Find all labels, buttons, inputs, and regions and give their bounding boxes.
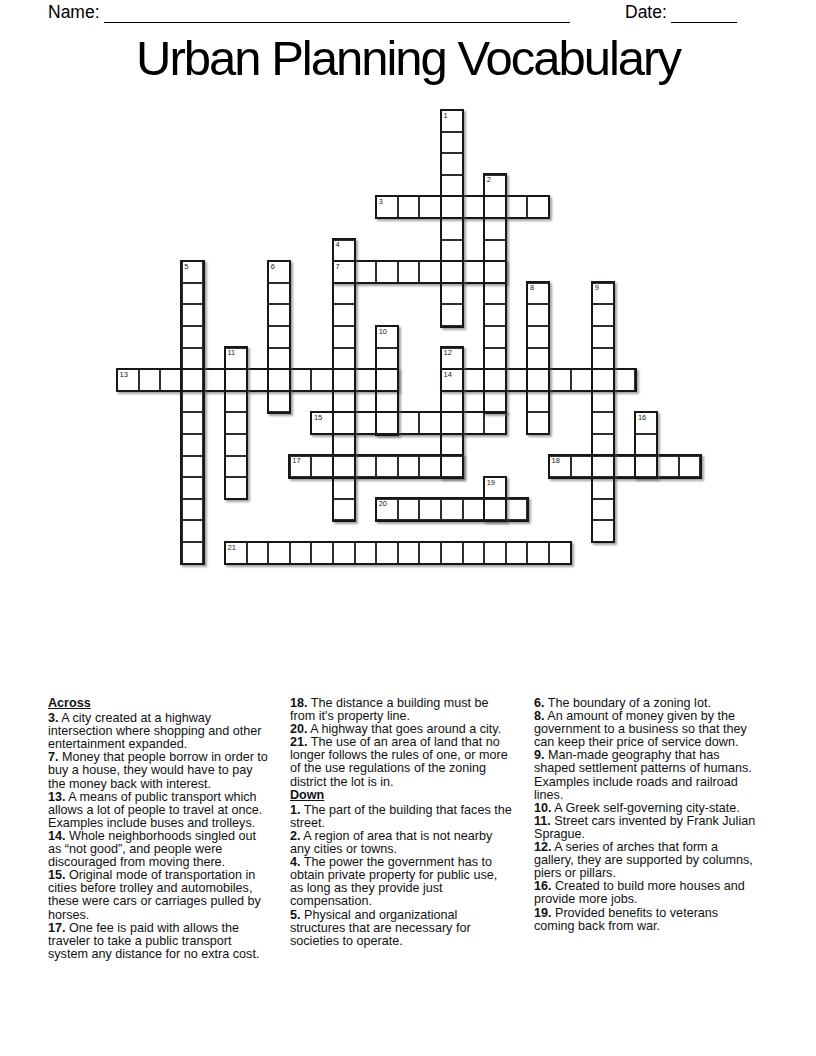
clue-15-across: 15. Original mode of transportation in c…	[48, 869, 270, 921]
grid-cell[interactable]	[483, 347, 507, 371]
grid-cell[interactable]	[332, 282, 356, 306]
grid-cell[interactable]	[591, 390, 615, 414]
grid-cell[interactable]	[418, 195, 442, 219]
grid-cell[interactable]	[440, 433, 464, 457]
grid-cell[interactable]	[440, 411, 464, 435]
grid-cell[interactable]	[310, 368, 334, 392]
grid-cell[interactable]	[591, 519, 615, 543]
grid-cell[interactable]	[375, 347, 399, 371]
grid-cell[interactable]	[526, 390, 550, 414]
grid-cell[interactable]	[526, 325, 550, 349]
grid-cell[interactable]	[224, 411, 248, 435]
grid-cell[interactable]	[483, 325, 507, 349]
grid-cell[interactable]	[418, 455, 442, 479]
grid-cell[interactable]	[181, 325, 205, 349]
grid-cell[interactable]	[354, 411, 378, 435]
clue-7-across: 7. Money that people borrow in order to …	[48, 751, 270, 790]
clue-8-down: 8. An amount of money given by the gover…	[534, 710, 756, 749]
grid-cell[interactable]	[462, 195, 486, 219]
down-header: Down	[290, 789, 512, 802]
clue-2-down: 2. A region of area that is not nearby a…	[290, 830, 512, 856]
grid-cell[interactable]	[634, 455, 658, 479]
clue-4-down: 4. The power the government has to obtai…	[290, 856, 512, 908]
grid-cell[interactable]	[526, 368, 550, 392]
grid-cell[interactable]	[526, 541, 550, 565]
grid-cell[interactable]	[483, 476, 507, 500]
grid-cell[interactable]	[289, 455, 313, 479]
date-block: Date:	[625, 2, 737, 23]
clue-1-down: 1. The part of the building that faces t…	[290, 804, 512, 830]
grid-cell[interactable]	[332, 368, 356, 392]
grid-cell[interactable]	[354, 260, 378, 284]
grid-cell[interactable]	[375, 411, 399, 435]
clue-column-1: Across3. A city created at a highway int…	[48, 697, 270, 961]
grid-cell[interactable]	[397, 541, 421, 565]
grid-cell[interactable]	[678, 455, 702, 479]
clue-9-down: 9. Man-made geography that has shaped se…	[534, 749, 756, 801]
grid-cell[interactable]	[483, 390, 507, 414]
grid-cell[interactable]	[181, 303, 205, 327]
grid-cell[interactable]	[613, 368, 637, 392]
grid-cell[interactable]	[397, 195, 421, 219]
grid-cell[interactable]	[440, 368, 464, 392]
name-row: Name: Date:	[48, 2, 768, 23]
grid-cell[interactable]	[591, 433, 615, 457]
grid-cell[interactable]	[397, 455, 421, 479]
clue-12-down: 12. A series of arches that form a galle…	[534, 841, 756, 880]
crossword-grid: 123456789101112131415161718192021	[117, 110, 701, 564]
grid-cell[interactable]	[310, 541, 334, 565]
clue-13-across: 13. A means of public transport which al…	[48, 791, 270, 830]
name-label: Name:	[48, 2, 100, 22]
grid-cell[interactable]	[332, 476, 356, 500]
date-write-line[interactable]	[671, 7, 737, 23]
grid-cell[interactable]	[505, 498, 529, 522]
grid-cell[interactable]	[440, 347, 464, 371]
grid-cell[interactable]	[267, 303, 291, 327]
grid-cell[interactable]	[591, 368, 615, 392]
grid-cell[interactable]	[440, 174, 464, 198]
grid-cell[interactable]	[483, 282, 507, 306]
grid-cell[interactable]	[440, 455, 464, 479]
grid-cell[interactable]	[332, 541, 356, 565]
grid-cell[interactable]	[289, 368, 313, 392]
grid-cell[interactable]	[548, 541, 572, 565]
grid-cell[interactable]	[116, 368, 140, 392]
grid-cell[interactable]	[332, 390, 356, 414]
clue-column-2: 18. The distance a building must be from…	[290, 697, 512, 948]
grid-cell[interactable]	[224, 347, 248, 371]
grid-cell[interactable]	[418, 541, 442, 565]
grid-cell[interactable]	[591, 347, 615, 371]
grid-cell[interactable]	[246, 541, 270, 565]
grid-cell[interactable]	[591, 282, 615, 306]
grid-cell[interactable]	[375, 390, 399, 414]
grid-cell[interactable]	[440, 195, 464, 219]
grid-cell[interactable]	[267, 541, 291, 565]
grid-cell[interactable]	[483, 303, 507, 327]
clue-column-3: 6. The boundary of a zoning lot.8. An am…	[534, 697, 756, 933]
grid-cell[interactable]	[224, 455, 248, 479]
grid-cell[interactable]	[354, 455, 378, 479]
grid-cell[interactable]	[224, 476, 248, 500]
grid-cell[interactable]	[440, 131, 464, 155]
grid-cell[interactable]	[267, 260, 291, 284]
grid-cell[interactable]	[548, 368, 572, 392]
name-write-line[interactable]	[104, 7, 570, 23]
worksheet-page: Name: Date: Urban Planning Vocabulary 12…	[0, 0, 816, 1056]
grid-cell[interactable]	[181, 260, 205, 284]
clue-14-across: 14. Whole neighborhoods singled out as “…	[48, 830, 270, 869]
grid-cell[interactable]	[462, 411, 486, 435]
grid-cell[interactable]	[505, 195, 529, 219]
grid-cell[interactable]	[483, 541, 507, 565]
grid-cell[interactable]	[397, 498, 421, 522]
grid-cell[interactable]	[332, 498, 356, 522]
grid-cell[interactable]	[375, 368, 399, 392]
grid-cell[interactable]	[181, 347, 205, 371]
grid-cell[interactable]	[332, 411, 356, 435]
grid-cell[interactable]	[224, 541, 248, 565]
grid-cell[interactable]	[505, 541, 529, 565]
grid-cell[interactable]	[656, 455, 680, 479]
grid-cell[interactable]	[483, 195, 507, 219]
grid-cell[interactable]	[440, 217, 464, 241]
grid-cell[interactable]	[181, 368, 205, 392]
clue-3-across: 3. A city created at a highway intersect…	[48, 712, 270, 751]
grid-cell[interactable]	[354, 541, 378, 565]
grid-cell[interactable]	[181, 282, 205, 306]
grid-cell[interactable]	[332, 260, 356, 284]
grid-cell[interactable]	[440, 390, 464, 414]
grid-cell[interactable]	[483, 217, 507, 241]
grid-cell[interactable]	[267, 325, 291, 349]
clue-21-across: 21. The use of an area of land that no l…	[290, 736, 512, 788]
clue-11-down: 11. Street cars invented by Frank Julian…	[534, 815, 756, 841]
grid-cell[interactable]	[397, 411, 421, 435]
page-title: Urban Planning Vocabulary	[0, 30, 816, 86]
grid-cell[interactable]	[440, 282, 464, 306]
grid-cell[interactable]	[440, 239, 464, 263]
clue-19-down: 19. Provided benefits to veterans coming…	[534, 907, 756, 933]
grid-cell[interactable]	[332, 303, 356, 327]
grid-cell[interactable]	[440, 498, 464, 522]
grid-cell[interactable]	[181, 411, 205, 435]
grid-cell[interactable]	[526, 347, 550, 371]
grid-cell[interactable]	[267, 368, 291, 392]
grid-cell[interactable]	[634, 411, 658, 435]
grid-cell[interactable]	[375, 260, 399, 284]
grid-cell[interactable]	[483, 260, 507, 284]
grid-cell[interactable]	[591, 498, 615, 522]
grid-cell[interactable]	[375, 455, 399, 479]
grid-cell[interactable]	[591, 303, 615, 327]
grid-cell[interactable]	[181, 541, 205, 565]
grid-cell[interactable]	[267, 390, 291, 414]
grid-cell[interactable]	[548, 455, 572, 479]
grid-cell[interactable]	[375, 541, 399, 565]
grid-cell[interactable]	[375, 195, 399, 219]
grid-cell[interactable]	[591, 325, 615, 349]
grid-cell[interactable]	[246, 368, 270, 392]
grid-cell[interactable]	[375, 325, 399, 349]
grid-cell[interactable]	[591, 455, 615, 479]
date-label: Date:	[625, 2, 667, 22]
grid-cell[interactable]	[181, 476, 205, 500]
grid-cell[interactable]	[570, 368, 594, 392]
grid-cell[interactable]	[181, 498, 205, 522]
grid-cell[interactable]	[159, 368, 183, 392]
grid-cell[interactable]	[138, 368, 162, 392]
grid-cell[interactable]	[483, 174, 507, 198]
grid-cell[interactable]	[591, 476, 615, 500]
grid-cell[interactable]	[613, 455, 637, 479]
grid-cell[interactable]	[224, 433, 248, 457]
grid-cell[interactable]	[418, 260, 442, 284]
grid-cell[interactable]	[354, 368, 378, 392]
grid-cell[interactable]	[332, 239, 356, 263]
grid-cell[interactable]	[181, 390, 205, 414]
grid-cell[interactable]	[332, 455, 356, 479]
grid-cell[interactable]	[483, 239, 507, 263]
grid-cell[interactable]	[332, 325, 356, 349]
grid-cell[interactable]	[570, 455, 594, 479]
grid-cell[interactable]	[310, 455, 334, 479]
grid-cell[interactable]	[375, 498, 399, 522]
grid-cell[interactable]	[224, 368, 248, 392]
grid-cell[interactable]	[310, 411, 334, 435]
grid-cell[interactable]	[440, 152, 464, 176]
grid-cell[interactable]	[634, 433, 658, 457]
grid-cell[interactable]	[483, 498, 507, 522]
grid-cell[interactable]	[397, 260, 421, 284]
grid-cell[interactable]	[267, 347, 291, 371]
grid-cell[interactable]	[462, 368, 486, 392]
clue-18-across: 18. The distance a building must be from…	[290, 697, 512, 723]
grid-cell[interactable]	[332, 433, 356, 457]
grid-cell[interactable]	[483, 368, 507, 392]
grid-cell[interactable]	[483, 411, 507, 435]
grid-cell[interactable]	[224, 390, 248, 414]
clue-16-down: 16. Created to build more houses and pro…	[534, 880, 756, 906]
clue-17-across: 17. One fee is paid with allows the trav…	[48, 922, 270, 961]
clue-10-down: 10. A Greek self-governing city-state.	[534, 802, 756, 815]
grid-cell[interactable]	[440, 303, 464, 327]
grid-cell[interactable]	[462, 541, 486, 565]
across-header: Across	[48, 697, 270, 710]
grid-cell[interactable]	[462, 260, 486, 284]
grid-cell[interactable]	[505, 368, 529, 392]
grid-cell[interactable]	[267, 282, 291, 306]
grid-cell[interactable]	[526, 411, 550, 435]
grid-cell[interactable]	[418, 411, 442, 435]
grid-cell[interactable]	[418, 498, 442, 522]
grid-cell[interactable]	[440, 260, 464, 284]
grid-cell[interactable]	[440, 541, 464, 565]
grid-cell[interactable]	[289, 541, 313, 565]
grid-cell[interactable]	[526, 303, 550, 327]
grid-cell[interactable]	[591, 411, 615, 435]
grid-cell[interactable]	[202, 368, 226, 392]
grid-cell[interactable]	[462, 498, 486, 522]
grid-cell[interactable]	[181, 455, 205, 479]
grid-cell[interactable]	[440, 109, 464, 133]
clue-5-down: 5. Physical and organizational structure…	[290, 909, 512, 948]
grid-cell[interactable]	[526, 195, 550, 219]
grid-cell[interactable]	[181, 433, 205, 457]
grid-cell[interactable]	[526, 282, 550, 306]
grid-cell[interactable]	[332, 347, 356, 371]
grid-cell[interactable]	[181, 519, 205, 543]
